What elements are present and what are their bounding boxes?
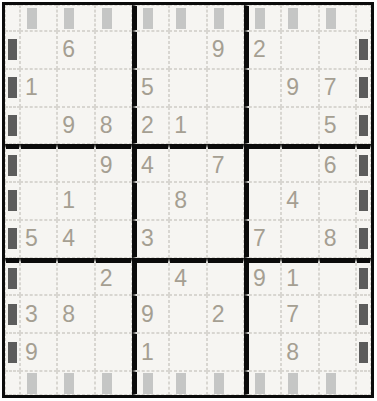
corner-cell xyxy=(5,5,20,31)
cell-r9c1[interactable]: 9 xyxy=(20,333,57,371)
column-marker-icon xyxy=(255,373,265,394)
column-marker-icon xyxy=(255,8,265,29)
cell-r8c1[interactable]: 3 xyxy=(20,295,57,333)
cell-r7c9[interactable] xyxy=(319,258,356,296)
cell-r2c4[interactable]: 5 xyxy=(132,69,169,107)
cell-r9c4[interactable]: 1 xyxy=(132,333,169,371)
column-marker-icon xyxy=(143,8,153,29)
cell-r3c1[interactable] xyxy=(20,107,57,145)
left-strip-cell-r7 xyxy=(5,258,20,296)
left-strip-cell-r8 xyxy=(5,295,20,333)
cell-r1c8[interactable] xyxy=(281,31,318,69)
row-marker-icon xyxy=(8,77,17,98)
bottom-strip-cell-c3 xyxy=(95,371,132,395)
right-strip-cell-r9 xyxy=(356,333,371,371)
column-marker-icon xyxy=(326,373,336,394)
column-marker-icon xyxy=(288,8,298,29)
cell-r3c2[interactable]: 9 xyxy=(57,107,94,145)
cell-r3c4[interactable]: 2 xyxy=(132,107,169,145)
cell-r4c8[interactable] xyxy=(281,144,318,182)
row-marker-icon xyxy=(8,115,17,136)
bottom-strip-cell-c7 xyxy=(244,371,281,395)
cell-r5c2[interactable]: 1 xyxy=(57,182,94,220)
row-marker-icon xyxy=(8,228,17,249)
sudoku-board: 692159798215947618454378249138927918 xyxy=(2,2,374,398)
corner-cell xyxy=(5,371,20,395)
cell-r9c5[interactable] xyxy=(169,333,206,371)
cell-r1c6[interactable]: 9 xyxy=(207,31,244,69)
cell-r9c3[interactable] xyxy=(95,333,132,371)
row-marker-icon xyxy=(359,39,368,60)
cell-r5c6[interactable] xyxy=(207,182,244,220)
cell-r1c1[interactable] xyxy=(20,31,57,69)
right-strip-cell-r6 xyxy=(356,220,371,258)
row-marker-icon xyxy=(8,190,17,211)
top-strip-cell-c8 xyxy=(281,5,318,31)
cell-r1c9[interactable] xyxy=(319,31,356,69)
bottom-strip-cell-c4 xyxy=(132,371,169,395)
cell-r5c4[interactable] xyxy=(132,182,169,220)
top-strip-cell-c5 xyxy=(169,5,206,31)
cell-r7c2[interactable] xyxy=(57,258,94,296)
cell-r5c8[interactable]: 4 xyxy=(281,182,318,220)
cell-r6c5[interactable] xyxy=(169,220,206,258)
column-marker-icon xyxy=(176,8,186,29)
cell-r8c7[interactable] xyxy=(244,295,281,333)
bottom-strip-cell-c5 xyxy=(169,371,206,395)
cell-r4c7[interactable] xyxy=(244,144,281,182)
cell-r7c8[interactable]: 1 xyxy=(281,258,318,296)
cell-r1c7[interactable]: 2 xyxy=(244,31,281,69)
cell-r1c2[interactable]: 6 xyxy=(57,31,94,69)
bottom-strip-cell-c9 xyxy=(319,371,356,395)
row-marker-icon xyxy=(8,342,17,363)
cell-r2c7[interactable] xyxy=(244,69,281,107)
cell-r2c2[interactable] xyxy=(57,69,94,107)
bottom-strip-cell-c6 xyxy=(207,371,244,395)
cell-r7c5[interactable]: 4 xyxy=(169,258,206,296)
cell-r2c6[interactable] xyxy=(207,69,244,107)
cell-r6c4[interactable]: 3 xyxy=(132,220,169,258)
row-marker-icon xyxy=(8,155,17,176)
column-marker-icon xyxy=(64,373,74,394)
left-strip-cell-r2 xyxy=(5,69,20,107)
cell-r9c7[interactable] xyxy=(244,333,281,371)
cell-r4c9[interactable]: 6 xyxy=(319,144,356,182)
cell-r7c7[interactable]: 9 xyxy=(244,258,281,296)
right-strip-cell-r4 xyxy=(356,144,371,182)
top-strip-cell-c3 xyxy=(95,5,132,31)
cell-r4c1[interactable] xyxy=(20,144,57,182)
top-strip-cell-c7 xyxy=(244,5,281,31)
column-marker-icon xyxy=(102,373,112,394)
cell-r3c8[interactable] xyxy=(281,107,318,145)
cell-r8c6[interactable]: 2 xyxy=(207,295,244,333)
cell-r1c4[interactable] xyxy=(132,31,169,69)
right-strip-cell-r3 xyxy=(356,107,371,145)
cell-r8c5[interactable] xyxy=(169,295,206,333)
cell-r7c1[interactable] xyxy=(20,258,57,296)
row-marker-icon xyxy=(8,304,17,325)
cell-r5c1[interactable] xyxy=(20,182,57,220)
right-strip-cell-r5 xyxy=(356,182,371,220)
cell-r5c3[interactable] xyxy=(95,182,132,220)
cell-r2c8[interactable]: 9 xyxy=(281,69,318,107)
row-marker-icon xyxy=(359,155,368,176)
column-marker-icon xyxy=(64,8,74,29)
cell-r6c2[interactable]: 4 xyxy=(57,220,94,258)
top-strip-cell-c2 xyxy=(57,5,94,31)
row-marker-icon xyxy=(359,77,368,98)
bottom-strip-cell-c8 xyxy=(281,371,318,395)
row-marker-icon xyxy=(359,304,368,325)
cell-r6c6[interactable] xyxy=(207,220,244,258)
app-background: 692159798215947618454378249138927918 xyxy=(0,0,377,401)
column-marker-icon xyxy=(288,373,298,394)
cell-r6c3[interactable] xyxy=(95,220,132,258)
column-marker-icon xyxy=(176,373,186,394)
cell-r3c7[interactable] xyxy=(244,107,281,145)
top-strip-cell-c6 xyxy=(207,5,244,31)
left-strip-cell-r6 xyxy=(5,220,20,258)
cell-r4c3[interactable]: 9 xyxy=(95,144,132,182)
cell-r9c8[interactable]: 8 xyxy=(281,333,318,371)
right-strip-cell-r2 xyxy=(356,69,371,107)
row-marker-icon xyxy=(359,115,368,136)
cell-r7c3[interactable]: 2 xyxy=(95,258,132,296)
column-marker-icon xyxy=(27,373,37,394)
cell-r6c8[interactable] xyxy=(281,220,318,258)
cell-r5c9[interactable] xyxy=(319,182,356,220)
cell-r4c5[interactable] xyxy=(169,144,206,182)
cell-r7c4[interactable] xyxy=(132,258,169,296)
cell-r1c3[interactable] xyxy=(95,31,132,69)
left-strip-cell-r3 xyxy=(5,107,20,145)
cell-r1c5[interactable] xyxy=(169,31,206,69)
cell-r9c2[interactable] xyxy=(57,333,94,371)
cell-r2c9[interactable]: 7 xyxy=(319,69,356,107)
cell-r5c7[interactable] xyxy=(244,182,281,220)
right-strip-cell-r1 xyxy=(356,31,371,69)
cell-r8c2[interactable]: 8 xyxy=(57,295,94,333)
cell-r6c9[interactable]: 8 xyxy=(319,220,356,258)
column-marker-icon xyxy=(27,8,37,29)
cell-r9c6[interactable] xyxy=(207,333,244,371)
cell-r3c9[interactable]: 5 xyxy=(319,107,356,145)
row-marker-icon xyxy=(359,228,368,249)
cell-r8c9[interactable] xyxy=(319,295,356,333)
left-strip-cell-r4 xyxy=(5,144,20,182)
cell-r8c4[interactable]: 9 xyxy=(132,295,169,333)
cell-r3c6[interactable] xyxy=(207,107,244,145)
bottom-strip-cell-c1 xyxy=(20,371,57,395)
column-marker-icon xyxy=(143,373,153,394)
cell-r8c8[interactable]: 7 xyxy=(281,295,318,333)
left-strip-cell-r9 xyxy=(5,333,20,371)
row-marker-icon xyxy=(359,268,368,289)
cell-r6c7[interactable]: 7 xyxy=(244,220,281,258)
row-marker-icon xyxy=(359,342,368,363)
corner-cell xyxy=(356,371,371,395)
cell-r2c5[interactable] xyxy=(169,69,206,107)
column-marker-icon xyxy=(102,8,112,29)
top-strip-cell-c1 xyxy=(20,5,57,31)
cell-r7c6[interactable] xyxy=(207,258,244,296)
left-strip-cell-r5 xyxy=(5,182,20,220)
top-strip-cell-c4 xyxy=(132,5,169,31)
row-marker-icon xyxy=(8,268,17,289)
corner-cell xyxy=(356,5,371,31)
cell-r2c3[interactable] xyxy=(95,69,132,107)
column-marker-icon xyxy=(214,373,224,394)
cell-r5c5[interactable]: 8 xyxy=(169,182,206,220)
right-strip-cell-r8 xyxy=(356,295,371,333)
left-strip-cell-r1 xyxy=(5,31,20,69)
cell-r6c1[interactable]: 5 xyxy=(20,220,57,258)
cell-r3c5[interactable]: 1 xyxy=(169,107,206,145)
cell-r8c3[interactable] xyxy=(95,295,132,333)
right-strip-cell-r7 xyxy=(356,258,371,296)
column-marker-icon xyxy=(326,8,336,29)
row-marker-icon xyxy=(8,39,17,60)
top-strip-cell-c9 xyxy=(319,5,356,31)
column-marker-icon xyxy=(214,8,224,29)
row-marker-icon xyxy=(359,190,368,211)
cell-r9c9[interactable] xyxy=(319,333,356,371)
cell-r4c4[interactable]: 4 xyxy=(132,144,169,182)
bottom-strip-cell-c2 xyxy=(57,371,94,395)
cell-r2c1[interactable]: 1 xyxy=(20,69,57,107)
cell-r3c3[interactable]: 8 xyxy=(95,107,132,145)
cell-r4c6[interactable]: 7 xyxy=(207,144,244,182)
cell-r4c2[interactable] xyxy=(57,144,94,182)
